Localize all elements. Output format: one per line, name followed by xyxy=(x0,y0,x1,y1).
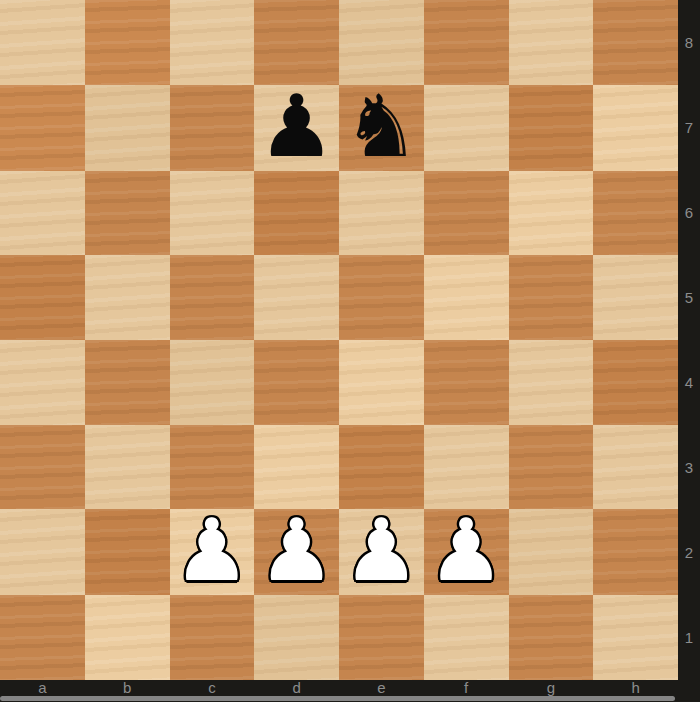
square-f4[interactable] xyxy=(424,340,509,425)
page: { "game": "chess", "position": "8/3pn3/8… xyxy=(0,0,700,702)
square-g1[interactable] xyxy=(509,595,594,680)
white-pawn[interactable]: ♟ xyxy=(173,507,250,593)
white-pawn[interactable]: ♟ xyxy=(343,507,420,593)
square-g8[interactable] xyxy=(509,0,594,85)
square-b8[interactable] xyxy=(85,0,170,85)
square-b7[interactable] xyxy=(85,85,170,171)
rank-label-2: 2 xyxy=(678,510,700,595)
square-f7[interactable] xyxy=(424,85,509,171)
square-e1[interactable] xyxy=(339,595,424,680)
square-g2[interactable] xyxy=(509,509,594,595)
square-b6[interactable] xyxy=(85,171,170,256)
square-f6[interactable] xyxy=(424,171,509,256)
square-e4[interactable] xyxy=(339,340,424,425)
rank-label-1: 1 xyxy=(678,595,700,680)
square-f5[interactable] xyxy=(424,255,509,340)
square-e6[interactable] xyxy=(339,171,424,256)
file-label-h: h xyxy=(593,680,678,696)
chess-board: ♟♞♟♟♟♟ xyxy=(0,0,678,680)
square-c3[interactable] xyxy=(170,425,255,510)
horizontal-scrollbar-thumb[interactable] xyxy=(0,696,675,701)
square-c1[interactable] xyxy=(170,595,255,680)
square-f1[interactable] xyxy=(424,595,509,680)
square-f8[interactable] xyxy=(424,0,509,85)
square-c6[interactable] xyxy=(170,171,255,256)
square-c5[interactable] xyxy=(170,255,255,340)
file-label-b: b xyxy=(85,680,170,696)
square-d3[interactable] xyxy=(254,425,339,510)
square-a6[interactable] xyxy=(0,171,85,256)
square-c4[interactable] xyxy=(170,340,255,425)
square-g3[interactable] xyxy=(509,425,594,510)
rank-label-4: 4 xyxy=(678,340,700,425)
file-label-f: f xyxy=(424,680,509,696)
square-h2[interactable] xyxy=(593,509,678,595)
square-a7[interactable] xyxy=(0,85,85,171)
black-knight[interactable]: ♞ xyxy=(343,83,420,169)
square-d7[interactable]: ♟ xyxy=(254,85,339,171)
square-a8[interactable] xyxy=(0,0,85,85)
file-label-g: g xyxy=(509,680,594,696)
square-g7[interactable] xyxy=(509,85,594,171)
square-h5[interactable] xyxy=(593,255,678,340)
rank-label-6: 6 xyxy=(678,170,700,255)
square-d2[interactable]: ♟ xyxy=(254,509,339,595)
square-e8[interactable] xyxy=(339,0,424,85)
square-d5[interactable] xyxy=(254,255,339,340)
square-d1[interactable] xyxy=(254,595,339,680)
rank-label-8: 8 xyxy=(678,0,700,85)
white-pawn[interactable]: ♟ xyxy=(428,507,505,593)
rank-coordinates: 87654321 xyxy=(678,0,700,680)
file-coordinates: abcdefgh xyxy=(0,680,678,696)
square-e5[interactable] xyxy=(339,255,424,340)
file-label-c: c xyxy=(170,680,255,696)
square-h8[interactable] xyxy=(593,0,678,85)
square-a5[interactable] xyxy=(0,255,85,340)
file-label-e: e xyxy=(339,680,424,696)
square-d8[interactable] xyxy=(254,0,339,85)
square-c7[interactable] xyxy=(170,85,255,171)
square-c8[interactable] xyxy=(170,0,255,85)
square-g4[interactable] xyxy=(509,340,594,425)
square-g5[interactable] xyxy=(509,255,594,340)
square-b2[interactable] xyxy=(85,509,170,595)
square-h1[interactable] xyxy=(593,595,678,680)
file-label-d: d xyxy=(254,680,339,696)
file-label-a: a xyxy=(0,680,85,696)
square-f3[interactable] xyxy=(424,425,509,510)
square-h6[interactable] xyxy=(593,171,678,256)
square-b1[interactable] xyxy=(85,595,170,680)
square-e3[interactable] xyxy=(339,425,424,510)
square-h4[interactable] xyxy=(593,340,678,425)
square-d4[interactable] xyxy=(254,340,339,425)
square-d6[interactable] xyxy=(254,171,339,256)
square-b3[interactable] xyxy=(85,425,170,510)
rank-label-5: 5 xyxy=(678,255,700,340)
black-pawn[interactable]: ♟ xyxy=(258,83,335,169)
white-pawn[interactable]: ♟ xyxy=(258,507,335,593)
square-e7[interactable]: ♞ xyxy=(339,85,424,171)
square-f2[interactable]: ♟ xyxy=(424,509,509,595)
rank-label-7: 7 xyxy=(678,85,700,170)
square-a1[interactable] xyxy=(0,595,85,680)
square-h3[interactable] xyxy=(593,425,678,510)
square-h7[interactable] xyxy=(593,85,678,171)
square-a4[interactable] xyxy=(0,340,85,425)
square-a2[interactable] xyxy=(0,509,85,595)
square-a3[interactable] xyxy=(0,425,85,510)
square-b4[interactable] xyxy=(85,340,170,425)
square-g6[interactable] xyxy=(509,171,594,256)
square-c2[interactable]: ♟ xyxy=(170,509,255,595)
rank-label-3: 3 xyxy=(678,425,700,510)
square-e2[interactable]: ♟ xyxy=(339,509,424,595)
square-b5[interactable] xyxy=(85,255,170,340)
